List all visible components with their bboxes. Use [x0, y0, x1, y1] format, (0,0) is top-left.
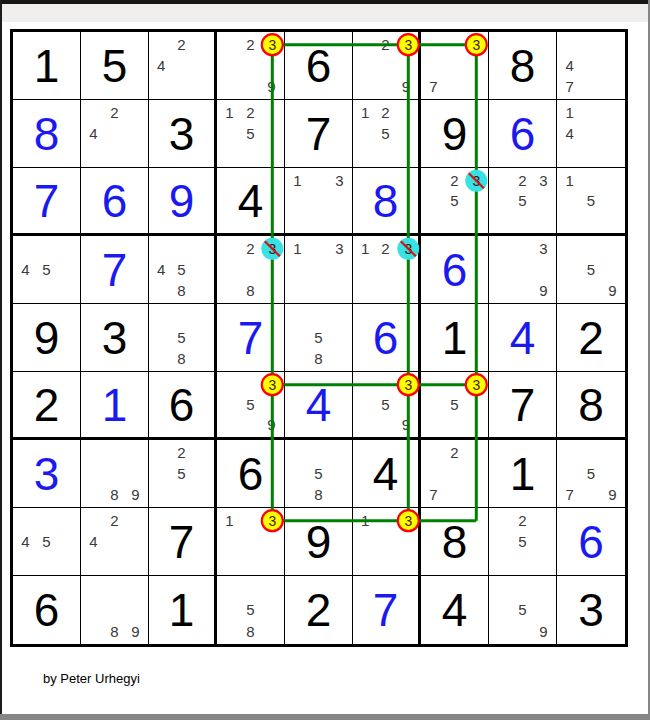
- candidate-9: 9: [602, 484, 623, 505]
- cell-r7c9[interactable]: 579: [557, 440, 625, 508]
- cell-r2c1[interactable]: 8: [13, 100, 81, 168]
- cell-r9c9[interactable]: 3: [557, 576, 625, 644]
- candidate-4: 4: [83, 123, 104, 144]
- solved-digit: 1: [81, 372, 148, 437]
- given-digit: 9: [13, 304, 80, 371]
- solved-digit: 6: [81, 168, 148, 233]
- candidate-grid: 28: [217, 236, 284, 303]
- candidate-grid: 1: [353, 508, 418, 575]
- candidate-2: 2: [512, 510, 533, 531]
- given-digit: 8: [489, 32, 556, 99]
- candidate-8: 8: [308, 484, 329, 505]
- candidate-2: 2: [512, 170, 533, 190]
- cell-r1c6[interactable]: 29: [353, 32, 421, 100]
- cell-r9c7[interactable]: 4: [421, 576, 489, 644]
- given-digit: 3: [557, 576, 625, 644]
- candidate-5: 5: [171, 327, 191, 348]
- candidate-grid: 15: [557, 168, 625, 233]
- cell-r5c7[interactable]: 1: [421, 304, 489, 372]
- cell-r8c4[interactable]: 1: [217, 508, 285, 576]
- candidate-grid: 47: [557, 32, 625, 99]
- candidate-4: 4: [151, 259, 171, 280]
- cell-r3c7[interactable]: 25: [421, 168, 489, 236]
- cell-r7c1[interactable]: 3: [13, 440, 81, 508]
- cell-r9c2[interactable]: 89: [81, 576, 149, 644]
- given-digit: 6: [285, 32, 352, 99]
- solved-digit: 7: [81, 236, 148, 303]
- given-digit: 7: [489, 372, 556, 437]
- cell-r8c3[interactable]: 7: [149, 508, 217, 576]
- candidate-8: 8: [240, 280, 261, 301]
- solved-digit: 7: [353, 576, 418, 644]
- candidate-5: 5: [308, 463, 329, 484]
- given-digit: 8: [557, 372, 625, 437]
- solved-digit: 6: [421, 236, 488, 303]
- candidate-1: 1: [287, 238, 308, 259]
- candidate-grid: 29: [217, 32, 284, 99]
- given-digit: 4: [421, 576, 488, 644]
- cell-r2c4[interactable]: 125: [217, 100, 285, 168]
- given-digit: 4: [217, 168, 284, 233]
- cell-r4c3[interactable]: 458: [149, 236, 217, 304]
- candidate-grid: 45: [13, 508, 80, 575]
- cell-r7c4[interactable]: 6: [217, 440, 285, 508]
- candidate-2: 2: [375, 34, 395, 55]
- candidate-grid: 29: [353, 32, 418, 99]
- cell-r2c3[interactable]: 3: [149, 100, 217, 168]
- cell-r1c9[interactable]: 47: [557, 32, 625, 100]
- cell-r5c4[interactable]: 7: [217, 304, 285, 372]
- candidate-2: 2: [240, 34, 261, 55]
- solved-digit: 6: [557, 508, 625, 575]
- candidate-7: 7: [559, 484, 580, 505]
- cell-r1c1[interactable]: 1: [13, 32, 81, 100]
- candidate-3: 3: [533, 170, 554, 190]
- candidate-2: 2: [171, 34, 191, 55]
- cell-r7c8[interactable]: 1: [489, 440, 557, 508]
- candidate-1: 1: [355, 238, 375, 259]
- candidate-9: 9: [261, 415, 282, 435]
- candidate-grid: 59: [489, 576, 556, 644]
- candidate-5: 5: [375, 123, 395, 144]
- candidate-grid: 1: [217, 508, 284, 575]
- candidate-grid: 125: [353, 100, 418, 167]
- cell-r4c9[interactable]: 59: [557, 236, 625, 304]
- cell-r8c1[interactable]: 45: [13, 508, 81, 576]
- candidate-grid: 24: [81, 100, 148, 167]
- given-digit: 9: [285, 508, 352, 575]
- candidate-4: 4: [559, 55, 580, 76]
- candidate-grid: 125: [217, 100, 284, 167]
- candidate-9: 9: [533, 280, 554, 301]
- candidate-2: 2: [240, 238, 261, 259]
- given-digit: 2: [13, 372, 80, 437]
- candidate-grid: 25: [421, 168, 488, 233]
- cell-r3c1[interactable]: 7: [13, 168, 81, 236]
- candidate-1: 1: [219, 510, 240, 531]
- candidate-grid: 89: [81, 440, 148, 507]
- candidate-grid: 25: [489, 508, 556, 575]
- cell-r4c2[interactable]: 7: [81, 236, 149, 304]
- candidate-grid: 13: [285, 168, 352, 233]
- candidate-1: 1: [355, 102, 375, 123]
- cell-r9c4[interactable]: 58: [217, 576, 285, 644]
- candidate-8: 8: [104, 484, 125, 505]
- cell-r9c6[interactable]: 7: [353, 576, 421, 644]
- candidate-2: 2: [444, 170, 465, 190]
- candidate-grid: 39: [489, 236, 556, 303]
- cell-r6c3[interactable]: 6: [149, 372, 217, 440]
- solved-digit: 3: [13, 440, 80, 507]
- cell-r7c2[interactable]: 89: [81, 440, 149, 508]
- cell-r6c9[interactable]: 8: [557, 372, 625, 440]
- given-digit: 8: [421, 508, 488, 575]
- given-digit: 6: [217, 440, 284, 507]
- candidate-8: 8: [308, 348, 329, 369]
- candidate-grid: 458: [149, 236, 214, 303]
- cell-r9c5[interactable]: 2: [285, 576, 353, 644]
- given-digit: 4: [353, 440, 418, 507]
- given-digit: 2: [557, 304, 625, 371]
- solved-digit: 8: [353, 168, 418, 233]
- candidate-5: 5: [240, 599, 261, 620]
- candidate-5: 5: [240, 394, 261, 414]
- candidate-grid: 12: [353, 236, 418, 303]
- cell-r1c8[interactable]: 8: [489, 32, 557, 100]
- cell-r7c5[interactable]: 58: [285, 440, 353, 508]
- candidate-grid: 24: [149, 32, 214, 99]
- candidate-grid: 13: [285, 236, 352, 303]
- candidate-1: 1: [559, 102, 580, 123]
- candidate-7: 7: [423, 484, 444, 505]
- given-digit: 3: [81, 304, 148, 371]
- candidate-5: 5: [375, 394, 395, 414]
- solved-digit: 6: [353, 304, 418, 371]
- cell-r9c8[interactable]: 59: [489, 576, 557, 644]
- cell-r2c2[interactable]: 24: [81, 100, 149, 168]
- cell-r8c8[interactable]: 25: [489, 508, 557, 576]
- candidate-grid: 24: [81, 508, 148, 575]
- cell-r8c5[interactable]: 9: [285, 508, 353, 576]
- solved-digit: 7: [217, 304, 284, 371]
- candidate-9: 9: [125, 621, 146, 642]
- cell-r4c8[interactable]: 39: [489, 236, 557, 304]
- cell-r9c1[interactable]: 6: [13, 576, 81, 644]
- cell-r6c7[interactable]: 5: [421, 372, 489, 440]
- candidate-8: 8: [171, 348, 191, 369]
- candidate-grid: 89: [81, 576, 148, 644]
- solved-digit: 4: [285, 372, 352, 437]
- candidate-9: 9: [602, 280, 623, 301]
- cell-r3c9[interactable]: 15: [557, 168, 625, 236]
- candidate-2: 2: [171, 442, 191, 463]
- candidate-9: 9: [261, 76, 282, 97]
- solved-digit: 8: [13, 100, 80, 167]
- candidate-grid: 7: [421, 32, 488, 99]
- cell-r5c3[interactable]: 58: [149, 304, 217, 372]
- given-digit: 3: [149, 100, 214, 167]
- cell-r6c4[interactable]: 59: [217, 372, 285, 440]
- candidate-2: 2: [444, 442, 465, 463]
- cell-r1c7[interactable]: 7: [421, 32, 489, 100]
- candidate-4: 4: [83, 531, 104, 552]
- candidate-1: 1: [355, 510, 375, 531]
- candidate-9: 9: [125, 484, 146, 505]
- candidate-5: 5: [580, 463, 601, 484]
- candidate-5: 5: [512, 599, 533, 620]
- candidate-5: 5: [580, 259, 601, 280]
- given-digit: 7: [285, 100, 352, 167]
- cell-r7c7[interactable]: 27: [421, 440, 489, 508]
- given-digit: 2: [285, 576, 352, 644]
- cell-r8c7[interactable]: 8: [421, 508, 489, 576]
- candidate-2: 2: [104, 102, 125, 123]
- candidate-5: 5: [512, 531, 533, 552]
- candidate-grid: 27: [421, 440, 488, 507]
- given-digit: 1: [13, 32, 80, 99]
- candidate-4: 4: [15, 259, 36, 280]
- candidate-5: 5: [444, 190, 465, 210]
- candidate-5: 5: [36, 259, 57, 280]
- candidate-3: 3: [329, 238, 350, 259]
- window-left-border: [0, 0, 2, 720]
- cell-r8c2[interactable]: 24: [81, 508, 149, 576]
- candidate-4: 4: [151, 55, 171, 76]
- given-digit: 6: [149, 372, 214, 437]
- candidate-3: 3: [329, 170, 350, 190]
- cell-r6c5[interactable]: 4: [285, 372, 353, 440]
- cell-r8c6[interactable]: 1: [353, 508, 421, 576]
- candidate-grid: 5: [421, 372, 488, 437]
- cell-r4c5[interactable]: 13: [285, 236, 353, 304]
- candidate-9: 9: [396, 76, 416, 97]
- candidate-4: 4: [15, 531, 36, 552]
- cell-r5c6[interactable]: 6: [353, 304, 421, 372]
- given-digit: 7: [149, 508, 214, 575]
- cell-r6c8[interactable]: 7: [489, 372, 557, 440]
- candidate-grid: 25: [149, 440, 214, 507]
- candidate-grid: 59: [353, 372, 418, 437]
- cell-r3c8[interactable]: 235: [489, 168, 557, 236]
- cell-r9c3[interactable]: 1: [149, 576, 217, 644]
- candidate-grid: 59: [217, 372, 284, 437]
- cell-r5c2[interactable]: 3: [81, 304, 149, 372]
- candidate-2: 2: [104, 510, 125, 531]
- candidate-1: 1: [287, 170, 308, 190]
- candidate-grid: 45: [13, 236, 80, 303]
- candidate-8: 8: [240, 621, 261, 642]
- solved-digit: 4: [489, 304, 556, 371]
- candidate-grid: 579: [557, 440, 625, 507]
- cell-r6c2[interactable]: 1: [81, 372, 149, 440]
- cell-r1c2[interactable]: 5: [81, 32, 149, 100]
- cell-r3c4[interactable]: 4: [217, 168, 285, 236]
- cell-r4c6[interactable]: 12: [353, 236, 421, 304]
- given-digit: 1: [149, 576, 214, 644]
- cell-r3c5[interactable]: 13: [285, 168, 353, 236]
- given-digit: 9: [421, 100, 488, 167]
- candidate-5: 5: [580, 190, 601, 210]
- candidate-2: 2: [375, 238, 395, 259]
- cell-r2c6[interactable]: 125: [353, 100, 421, 168]
- given-digit: 1: [489, 440, 556, 507]
- candidate-grid: 58: [149, 304, 214, 371]
- cell-r7c6[interactable]: 4: [353, 440, 421, 508]
- given-digit: 6: [13, 576, 80, 644]
- given-digit: 5: [81, 32, 148, 99]
- cell-r2c8[interactable]: 6: [489, 100, 557, 168]
- cell-r1c4[interactable]: 29: [217, 32, 285, 100]
- cell-r2c5[interactable]: 7: [285, 100, 353, 168]
- cell-r4c1[interactable]: 45: [13, 236, 81, 304]
- candidate-grid: 235: [489, 168, 556, 233]
- candidate-5: 5: [171, 463, 191, 484]
- candidate-5: 5: [171, 259, 191, 280]
- cell-r1c5[interactable]: 6: [285, 32, 353, 100]
- candidate-1: 1: [559, 170, 580, 190]
- solved-digit: 9: [149, 168, 214, 233]
- caption: by Peter Urhegyi: [43, 671, 140, 686]
- candidate-5: 5: [240, 123, 261, 144]
- candidate-grid: 14: [557, 100, 625, 167]
- candidate-9: 9: [533, 621, 554, 642]
- candidate-7: 7: [559, 76, 580, 97]
- cell-r5c1[interactable]: 9: [13, 304, 81, 372]
- solved-digit: 6: [489, 100, 556, 167]
- cell-r4c7[interactable]: 6: [421, 236, 489, 304]
- candidate-grid: 59: [557, 236, 625, 303]
- window-bottom-border: [0, 714, 650, 720]
- sudoku-board: 1524296297847824312571259614769413825235…: [10, 29, 628, 647]
- cell-r3c2[interactable]: 6: [81, 168, 149, 236]
- cell-r6c6[interactable]: 59: [353, 372, 421, 440]
- candidate-3: 3: [533, 238, 554, 259]
- candidate-grid: 58: [285, 304, 352, 371]
- candidate-9: 9: [396, 415, 416, 435]
- cell-r5c9[interactable]: 2: [557, 304, 625, 372]
- cell-r3c3[interactable]: 9: [149, 168, 217, 236]
- solved-digit: 7: [13, 168, 80, 233]
- candidate-2: 2: [240, 102, 261, 123]
- candidate-8: 8: [104, 621, 125, 642]
- candidate-4: 4: [559, 123, 580, 144]
- cell-r4c4[interactable]: 28: [217, 236, 285, 304]
- candidate-8: 8: [171, 280, 191, 301]
- cell-r3c6[interactable]: 8: [353, 168, 421, 236]
- cell-r8c9[interactable]: 6: [557, 508, 625, 576]
- candidate-5: 5: [512, 190, 533, 210]
- candidate-7: 7: [423, 76, 444, 97]
- candidate-2: 2: [375, 102, 395, 123]
- candidate-1: 1: [219, 102, 240, 123]
- cell-r5c5[interactable]: 58: [285, 304, 353, 372]
- candidate-grid: 58: [285, 440, 352, 507]
- given-digit: 1: [421, 304, 488, 371]
- cell-r2c9[interactable]: 14: [557, 100, 625, 168]
- cell-r5c8[interactable]: 4: [489, 304, 557, 372]
- cell-r6c1[interactable]: 2: [13, 372, 81, 440]
- cell-r7c3[interactable]: 25: [149, 440, 217, 508]
- candidate-5: 5: [36, 531, 57, 552]
- window-top-strip: [2, 4, 648, 22]
- candidate-5: 5: [444, 394, 465, 414]
- candidate-grid: 58: [217, 576, 284, 644]
- candidate-5: 5: [308, 327, 329, 348]
- cell-r2c7[interactable]: 9: [421, 100, 489, 168]
- cell-r1c3[interactable]: 24: [149, 32, 217, 100]
